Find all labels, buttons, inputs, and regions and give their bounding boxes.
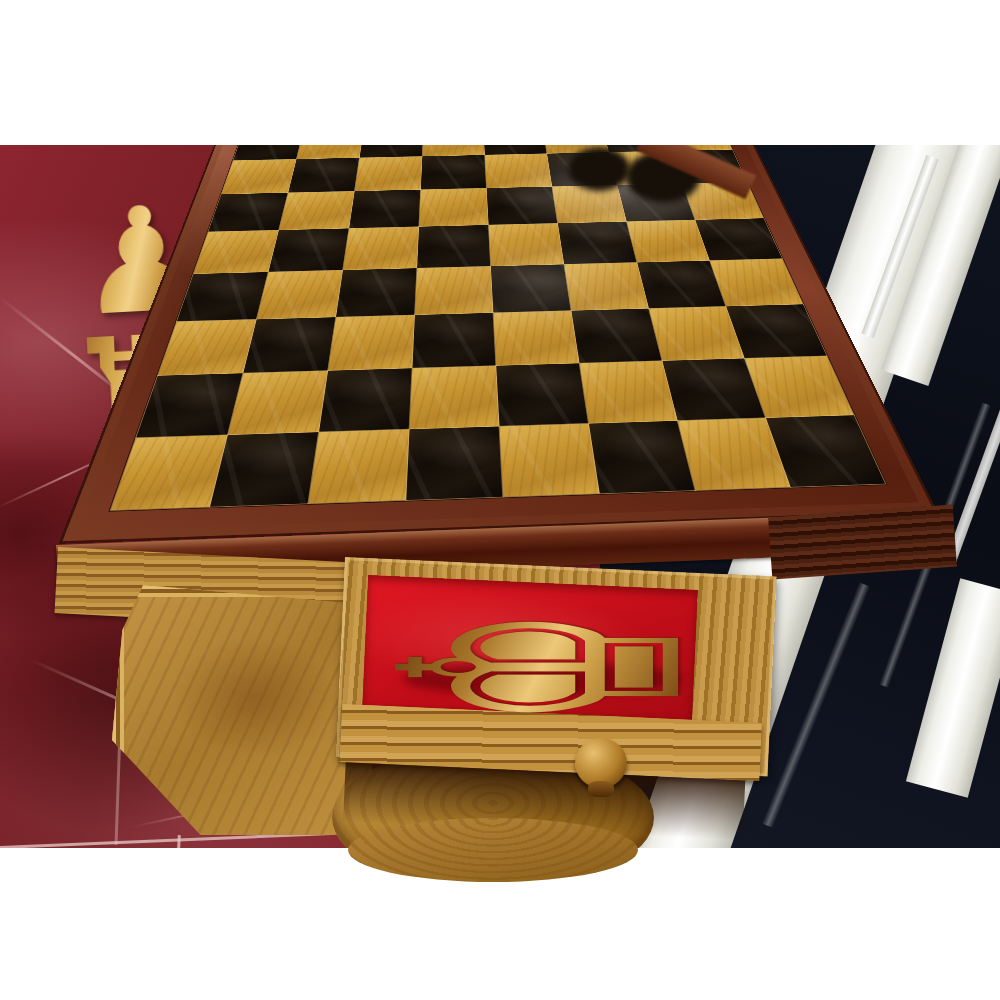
drawer-king-area: ♚ <box>392 600 692 715</box>
square-f1[interactable] <box>589 421 696 494</box>
square-c4[interactable] <box>336 268 417 317</box>
square-a5[interactable] <box>194 230 279 274</box>
square-c5[interactable] <box>343 227 419 270</box>
square-d7[interactable] <box>421 155 487 190</box>
square-f2[interactable] <box>580 361 678 424</box>
square-b2[interactable] <box>228 371 328 435</box>
square-d4[interactable] <box>415 266 493 315</box>
square-h5[interactable] <box>695 218 782 260</box>
chess-table-photo: ♚ ♜♞♛♝♜♟♚♟♟♟♞♟ <box>0 0 1000 1000</box>
dark-piece-silhouette <box>568 147 630 191</box>
square-a6[interactable] <box>208 193 288 232</box>
square-c2[interactable] <box>319 368 412 432</box>
square-h3[interactable] <box>726 304 826 358</box>
square-c3[interactable] <box>328 315 415 371</box>
square-d1[interactable] <box>406 426 503 500</box>
square-f5[interactable] <box>558 222 637 265</box>
square-e7[interactable] <box>485 154 552 188</box>
board-squares <box>111 145 885 510</box>
square-e4[interactable] <box>491 264 572 312</box>
square-b3[interactable] <box>243 317 336 373</box>
square-e1[interactable] <box>500 424 600 497</box>
square-e5[interactable] <box>489 223 565 266</box>
square-a7[interactable] <box>221 159 296 194</box>
square-b1[interactable] <box>210 432 319 507</box>
photo-area: ♚ ♜♞♛♝♜♟♚♟♟♟♞♟ <box>0 145 1000 850</box>
square-f6[interactable] <box>552 185 627 223</box>
door-sill <box>906 578 1000 797</box>
square-e6[interactable] <box>487 187 558 225</box>
square-c7[interactable] <box>355 156 423 191</box>
square-d6[interactable] <box>419 188 489 227</box>
ribbed-apron-right <box>768 505 957 580</box>
square-f3[interactable] <box>571 309 662 364</box>
square-a4[interactable] <box>177 272 269 322</box>
spare-king-piece[interactable]: ♚ <box>395 609 689 725</box>
square-a3[interactable] <box>158 319 257 375</box>
square-b6[interactable] <box>279 191 355 230</box>
pedestal-base-bottom <box>348 818 638 882</box>
square-a1[interactable] <box>111 435 228 510</box>
square-e3[interactable] <box>493 311 579 366</box>
square-f4[interactable] <box>564 262 649 310</box>
square-d5[interactable] <box>417 225 491 268</box>
white-band-top <box>0 0 1000 145</box>
square-c6[interactable] <box>349 190 421 229</box>
square-d2[interactable] <box>410 366 500 430</box>
square-a2[interactable] <box>136 373 243 438</box>
square-d3[interactable] <box>412 313 496 368</box>
square-h4[interactable] <box>710 259 803 307</box>
drawer-knob-stem <box>588 781 614 797</box>
square-e2[interactable] <box>496 363 589 426</box>
square-b5[interactable] <box>268 228 349 272</box>
square-b7[interactable] <box>288 158 359 193</box>
square-c1[interactable] <box>308 429 409 503</box>
square-b4[interactable] <box>257 270 343 319</box>
